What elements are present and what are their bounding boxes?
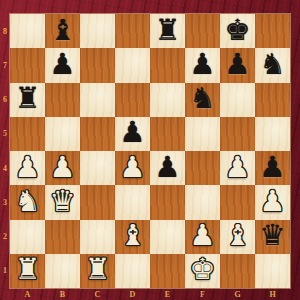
square-f6[interactable]: ♞ <box>185 83 220 117</box>
square-a5[interactable] <box>10 117 45 151</box>
chessboard: ♝♜♚♟♟♟♞♜♞♟♟♟♟♟♟♟♞♛♟♝♟♝♛♜♜♚ <box>10 14 290 288</box>
square-h5[interactable] <box>255 117 290 151</box>
square-g1[interactable] <box>220 254 255 288</box>
square-d3[interactable] <box>115 185 150 219</box>
piece-black-queen[interactable]: ♛ <box>260 221 286 250</box>
square-e8[interactable]: ♜ <box>150 14 185 48</box>
square-e6[interactable] <box>150 83 185 117</box>
piece-black-knight[interactable]: ♞ <box>260 50 286 79</box>
piece-black-pawn[interactable]: ♟ <box>225 50 251 79</box>
square-f2[interactable]: ♟ <box>185 220 220 254</box>
piece-black-king[interactable]: ♚ <box>225 16 251 45</box>
square-g5[interactable] <box>220 117 255 151</box>
rank-label-1: 1 <box>0 254 10 288</box>
square-e1[interactable] <box>150 254 185 288</box>
square-f7[interactable]: ♟ <box>185 48 220 82</box>
chessboard-frame: 87654321 ABCDEFGH ♝♜♚♟♟♟♞♜♞♟♟♟♟♟♟♟♞♛♟♝♟♝… <box>0 0 300 300</box>
piece-black-pawn[interactable]: ♟ <box>260 153 286 182</box>
file-label-a: A <box>10 288 45 300</box>
square-a2[interactable] <box>10 220 45 254</box>
square-c6[interactable] <box>80 83 115 117</box>
square-f4[interactable] <box>185 151 220 185</box>
square-g2[interactable]: ♝ <box>220 220 255 254</box>
square-h4[interactable]: ♟ <box>255 151 290 185</box>
square-e4[interactable]: ♟ <box>150 151 185 185</box>
rank-label-3: 3 <box>0 185 10 219</box>
square-g7[interactable]: ♟ <box>220 48 255 82</box>
piece-black-pawn[interactable]: ♟ <box>120 118 146 147</box>
square-a8[interactable] <box>10 14 45 48</box>
rank-label-4: 4 <box>0 151 10 185</box>
square-c2[interactable] <box>80 220 115 254</box>
square-f5[interactable] <box>185 117 220 151</box>
square-b2[interactable] <box>45 220 80 254</box>
square-c7[interactable] <box>80 48 115 82</box>
piece-white-pawn[interactable]: ♟ <box>225 153 251 182</box>
square-d2[interactable]: ♝ <box>115 220 150 254</box>
piece-white-bishop[interactable]: ♝ <box>120 221 146 250</box>
piece-white-rook[interactable]: ♜ <box>15 255 41 284</box>
square-a6[interactable]: ♜ <box>10 83 45 117</box>
square-a3[interactable]: ♞ <box>10 185 45 219</box>
square-d8[interactable] <box>115 14 150 48</box>
rank-label-7: 7 <box>0 48 10 82</box>
square-h7[interactable]: ♞ <box>255 48 290 82</box>
square-f1[interactable]: ♚ <box>185 254 220 288</box>
file-label-e: E <box>150 288 185 300</box>
rank-label-5: 5 <box>0 117 10 151</box>
piece-white-pawn[interactable]: ♟ <box>120 153 146 182</box>
piece-black-pawn[interactable]: ♟ <box>155 153 181 182</box>
piece-black-knight[interactable]: ♞ <box>190 84 216 113</box>
square-c5[interactable] <box>80 117 115 151</box>
square-d1[interactable] <box>115 254 150 288</box>
file-label-b: B <box>45 288 80 300</box>
square-a7[interactable] <box>10 48 45 82</box>
piece-white-bishop[interactable]: ♝ <box>225 221 251 250</box>
square-g4[interactable]: ♟ <box>220 151 255 185</box>
square-h3[interactable]: ♟ <box>255 185 290 219</box>
file-labels: ABCDEFGH <box>10 288 290 300</box>
file-label-f: F <box>185 288 220 300</box>
file-label-d: D <box>115 288 150 300</box>
square-d7[interactable] <box>115 48 150 82</box>
piece-white-pawn[interactable]: ♟ <box>190 221 216 250</box>
rank-label-8: 8 <box>0 14 10 48</box>
file-label-c: C <box>80 288 115 300</box>
square-e3[interactable] <box>150 185 185 219</box>
square-b5[interactable] <box>45 117 80 151</box>
file-label-h: H <box>255 288 290 300</box>
piece-white-pawn[interactable]: ♟ <box>260 187 286 216</box>
square-h1[interactable] <box>255 254 290 288</box>
square-d5[interactable]: ♟ <box>115 117 150 151</box>
square-f8[interactable] <box>185 14 220 48</box>
rank-label-6: 6 <box>0 83 10 117</box>
square-c8[interactable] <box>80 14 115 48</box>
square-c4[interactable] <box>80 151 115 185</box>
piece-black-rook[interactable]: ♜ <box>155 16 181 45</box>
square-c1[interactable]: ♜ <box>80 254 115 288</box>
square-a1[interactable]: ♜ <box>10 254 45 288</box>
piece-white-pawn[interactable]: ♟ <box>15 153 41 182</box>
file-label-g: G <box>220 288 255 300</box>
piece-white-rook[interactable]: ♜ <box>85 255 111 284</box>
rank-labels: 87654321 <box>0 14 10 288</box>
piece-black-rook[interactable]: ♜ <box>15 84 41 113</box>
square-b1[interactable] <box>45 254 80 288</box>
square-d4[interactable]: ♟ <box>115 151 150 185</box>
square-e2[interactable] <box>150 220 185 254</box>
square-e5[interactable] <box>150 117 185 151</box>
piece-black-bishop[interactable]: ♝ <box>50 16 76 45</box>
square-g6[interactable] <box>220 83 255 117</box>
square-d6[interactable] <box>115 83 150 117</box>
square-g3[interactable] <box>220 185 255 219</box>
square-h2[interactable]: ♛ <box>255 220 290 254</box>
square-h8[interactable] <box>255 14 290 48</box>
square-b6[interactable] <box>45 83 80 117</box>
square-a4[interactable]: ♟ <box>10 151 45 185</box>
piece-black-pawn[interactable]: ♟ <box>190 50 216 79</box>
square-g8[interactable]: ♚ <box>220 14 255 48</box>
square-b4[interactable]: ♟ <box>45 151 80 185</box>
piece-white-pawn[interactable]: ♟ <box>50 153 76 182</box>
square-b7[interactable]: ♟ <box>45 48 80 82</box>
square-f3[interactable] <box>185 185 220 219</box>
square-b3[interactable]: ♛ <box>45 185 80 219</box>
square-c3[interactable] <box>80 185 115 219</box>
piece-black-pawn[interactable]: ♟ <box>50 50 76 79</box>
square-e7[interactable] <box>150 48 185 82</box>
piece-white-knight[interactable]: ♞ <box>15 187 41 216</box>
rank-label-2: 2 <box>0 220 10 254</box>
piece-white-king[interactable]: ♚ <box>190 255 216 284</box>
square-h6[interactable] <box>255 83 290 117</box>
square-b8[interactable]: ♝ <box>45 14 80 48</box>
piece-white-queen[interactable]: ♛ <box>50 187 76 216</box>
